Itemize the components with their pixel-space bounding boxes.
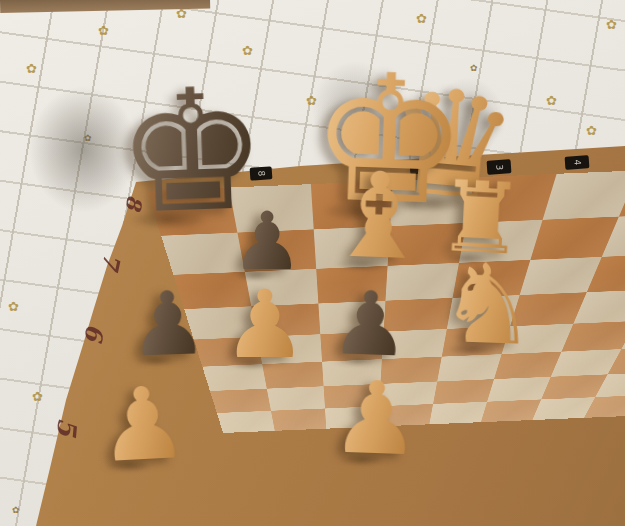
chess-photo-scene: 8765834♚♚♛♝♟♜♟♟♟♞♟♟ [0, 0, 625, 526]
white-pawn-a5[interactable]: ♟ [96, 375, 191, 475]
edge-coordinate-tab: 4 [565, 155, 590, 170]
black-pawn-c6[interactable]: ♟ [329, 281, 411, 367]
rank-label-6: 6 [79, 322, 110, 343]
rank-label-5: 5 [51, 417, 82, 438]
rank-label-7: 7 [97, 251, 127, 272]
white-pawn-c5[interactable]: ♟ [330, 369, 423, 467]
white-bishop-c7[interactable]: ♝ [324, 158, 434, 274]
white-knight-d6[interactable]: ♞ [437, 251, 539, 359]
white-pawn-b6[interactable]: ♟ [223, 280, 307, 369]
board-overlays: 8765834♚♚♛♝♟♜♟♟♟♞♟♟ [0, 0, 625, 526]
black-pawn-b7[interactable]: ♟ [231, 204, 303, 280]
black-pawn-a6[interactable]: ♟ [127, 281, 209, 367]
